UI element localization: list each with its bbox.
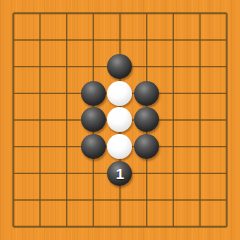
intersection-c6-r3[interactable]	[133, 53, 160, 80]
intersection-c1-r5[interactable]	[0, 107, 27, 134]
intersection-c1-r4[interactable]	[0, 80, 27, 107]
intersection-c4-r6[interactable]	[80, 133, 107, 160]
intersection-c3-r8[interactable]	[53, 187, 80, 214]
intersection-c8-r5[interactable]	[187, 107, 214, 134]
intersection-c5-r8[interactable]	[107, 187, 134, 214]
intersection-c3-r1[interactable]	[53, 0, 80, 27]
intersection-c3-r5[interactable]	[53, 107, 80, 134]
intersection-c8-r4[interactable]	[187, 80, 214, 107]
intersection-c3-r6[interactable]	[53, 133, 80, 160]
intersection-c6-r8[interactable]	[133, 187, 160, 214]
intersection-c8-r9[interactable]	[187, 213, 214, 240]
intersection-c9-r8[interactable]	[213, 187, 240, 214]
intersection-c9-r6[interactable]	[213, 133, 240, 160]
intersection-c2-r5[interactable]	[27, 107, 54, 134]
intersection-c5-r2[interactable]	[107, 27, 134, 54]
intersection-c7-r8[interactable]	[160, 187, 187, 214]
intersection-c4-r9[interactable]	[80, 213, 107, 240]
intersection-c7-r6[interactable]	[160, 133, 187, 160]
intersection-c8-r8[interactable]	[187, 187, 214, 214]
intersection-c5-r9[interactable]	[107, 213, 134, 240]
intersection-c5-r7[interactable]: 1	[107, 160, 134, 187]
intersection-c7-r4[interactable]	[160, 80, 187, 107]
intersection-c2-r2[interactable]	[27, 27, 54, 54]
intersection-c3-r9[interactable]	[53, 213, 80, 240]
go-board: 1	[0, 0, 240, 240]
intersection-c5-r5[interactable]	[107, 107, 134, 134]
intersection-c9-r7[interactable]	[213, 160, 240, 187]
intersection-c9-r4[interactable]	[213, 80, 240, 107]
intersection-c9-r9[interactable]	[213, 213, 240, 240]
intersection-c7-r5[interactable]	[160, 107, 187, 134]
intersection-c4-r1[interactable]	[80, 0, 107, 27]
intersection-c6-r4[interactable]	[133, 80, 160, 107]
intersection-c4-r7[interactable]	[80, 160, 107, 187]
intersection-c3-r2[interactable]	[53, 27, 80, 54]
white-stone	[107, 107, 132, 132]
intersection-c2-r6[interactable]	[27, 133, 54, 160]
intersection-c2-r8[interactable]	[27, 187, 54, 214]
stones-grid: 1	[0, 0, 240, 240]
intersection-c8-r1[interactable]	[187, 0, 214, 27]
intersection-c1-r8[interactable]	[0, 187, 27, 214]
black-stone	[107, 54, 132, 79]
intersection-c5-r1[interactable]	[107, 0, 134, 27]
black-stone	[81, 81, 106, 106]
intersection-c6-r1[interactable]	[133, 0, 160, 27]
intersection-c2-r4[interactable]	[27, 80, 54, 107]
intersection-c7-r9[interactable]	[160, 213, 187, 240]
intersection-c8-r3[interactable]	[187, 53, 214, 80]
intersection-c6-r2[interactable]	[133, 27, 160, 54]
black-stone: 1	[107, 161, 132, 186]
intersection-c4-r5[interactable]	[80, 107, 107, 134]
intersection-c8-r7[interactable]	[187, 160, 214, 187]
intersection-c4-r8[interactable]	[80, 187, 107, 214]
intersection-c4-r4[interactable]	[80, 80, 107, 107]
intersection-c2-r3[interactable]	[27, 53, 54, 80]
intersection-c1-r9[interactable]	[0, 213, 27, 240]
intersection-c1-r2[interactable]	[0, 27, 27, 54]
intersection-c4-r2[interactable]	[80, 27, 107, 54]
black-stone	[81, 107, 106, 132]
intersection-c4-r3[interactable]	[80, 53, 107, 80]
intersection-c6-r9[interactable]	[133, 213, 160, 240]
intersection-c7-r1[interactable]	[160, 0, 187, 27]
intersection-c5-r3[interactable]	[107, 53, 134, 80]
intersection-c2-r1[interactable]	[27, 0, 54, 27]
move-number-label: 1	[116, 166, 124, 181]
intersection-c7-r2[interactable]	[160, 27, 187, 54]
intersection-c8-r6[interactable]	[187, 133, 214, 160]
black-stone	[134, 107, 159, 132]
black-stone	[134, 81, 159, 106]
intersection-c1-r7[interactable]	[0, 160, 27, 187]
black-stone	[134, 134, 159, 159]
intersection-c8-r2[interactable]	[187, 27, 214, 54]
intersection-c7-r3[interactable]	[160, 53, 187, 80]
intersection-c1-r6[interactable]	[0, 133, 27, 160]
white-stone	[107, 81, 132, 106]
intersection-c2-r9[interactable]	[27, 213, 54, 240]
intersection-c6-r7[interactable]	[133, 160, 160, 187]
intersection-c1-r1[interactable]	[0, 0, 27, 27]
intersection-c1-r3[interactable]	[0, 53, 27, 80]
intersection-c3-r7[interactable]	[53, 160, 80, 187]
intersection-c2-r7[interactable]	[27, 160, 54, 187]
intersection-c7-r7[interactable]	[160, 160, 187, 187]
intersection-c3-r4[interactable]	[53, 80, 80, 107]
white-stone	[107, 134, 132, 159]
intersection-c9-r1[interactable]	[213, 0, 240, 27]
intersection-c6-r5[interactable]	[133, 107, 160, 134]
intersection-c3-r3[interactable]	[53, 53, 80, 80]
intersection-c9-r2[interactable]	[213, 27, 240, 54]
black-stone	[81, 134, 106, 159]
intersection-c5-r4[interactable]	[107, 80, 134, 107]
intersection-c9-r3[interactable]	[213, 53, 240, 80]
intersection-c9-r5[interactable]	[213, 107, 240, 134]
intersection-c5-r6[interactable]	[107, 133, 134, 160]
intersection-c6-r6[interactable]	[133, 133, 160, 160]
